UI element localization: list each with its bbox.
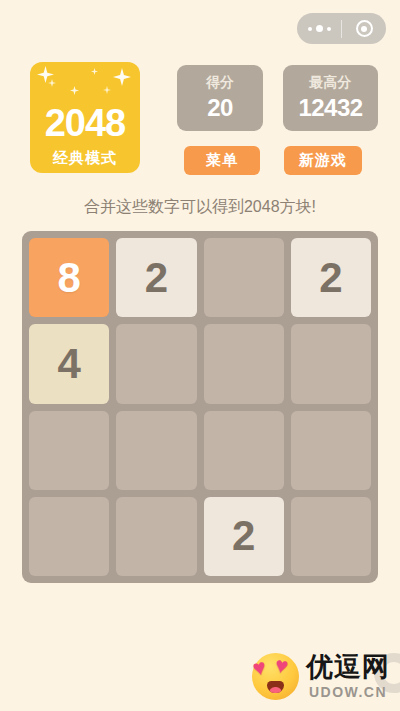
sparkle-icon xyxy=(91,68,98,75)
best-score-label: 最高分 xyxy=(310,74,352,92)
empty-cell xyxy=(204,324,284,403)
more-dots-icon xyxy=(308,27,312,31)
exit-miniprogram-button[interactable] xyxy=(342,13,386,44)
heart-eyes-emoji-icon: ♥ ♥ xyxy=(252,653,299,700)
game-logo-card: 2048 经典模式 xyxy=(30,62,140,173)
empty-cell xyxy=(29,497,109,576)
score-value: 20 xyxy=(207,94,233,122)
site-logo: ♥ ♥ 优逗网 UDOW.CN xyxy=(252,653,390,700)
tile-2: 2 xyxy=(116,238,196,317)
target-circle-icon xyxy=(356,20,373,37)
score-box: 得分 20 xyxy=(177,65,263,131)
tile-2: 2 xyxy=(204,497,284,576)
more-dots-icon xyxy=(316,25,323,32)
site-url: UDOW.CN xyxy=(309,684,387,700)
empty-cell xyxy=(291,324,371,403)
sparkle-icon xyxy=(113,68,131,86)
tile-2: 2 xyxy=(291,238,371,317)
tile-8: 8 xyxy=(29,238,109,317)
score-label: 得分 xyxy=(206,74,234,92)
more-dots-icon xyxy=(327,27,331,31)
logo-title: 2048 xyxy=(30,102,140,145)
sparkle-icon xyxy=(103,86,111,94)
sparkle-icon xyxy=(48,79,56,87)
sparkle-icon xyxy=(70,86,79,95)
empty-cell xyxy=(291,411,371,490)
empty-cell xyxy=(116,411,196,490)
empty-cell xyxy=(116,324,196,403)
game-board[interactable]: 82242 xyxy=(22,231,378,583)
empty-cell xyxy=(204,238,284,317)
empty-cell xyxy=(291,497,371,576)
tile-4: 4 xyxy=(29,324,109,403)
logo-subtitle: 经典模式 xyxy=(30,149,140,168)
best-score-box: 最高分 12432 xyxy=(283,65,378,131)
more-menu-button[interactable] xyxy=(297,13,341,44)
empty-cell xyxy=(116,497,196,576)
site-name: 优逗网 xyxy=(306,653,390,681)
empty-cell xyxy=(204,411,284,490)
wechat-capsule xyxy=(297,13,386,44)
instruction-text: 合并这些数字可以得到2048方块! xyxy=(0,197,400,218)
menu-button[interactable]: 菜单 xyxy=(184,146,260,175)
best-score-value: 12432 xyxy=(298,94,362,122)
new-game-button[interactable]: 新游戏 xyxy=(284,146,362,175)
empty-cell xyxy=(29,411,109,490)
